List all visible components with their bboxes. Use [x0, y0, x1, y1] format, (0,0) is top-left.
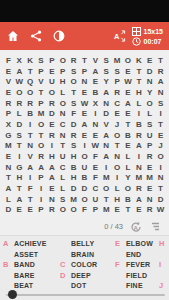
grid-cell[interactable]: T [133, 66, 144, 77]
grid-cell[interactable]: H [133, 87, 144, 98]
share-icon[interactable] [29, 30, 42, 43]
grid-cell[interactable]: A [3, 183, 14, 194]
grid-cell[interactable]: A [25, 162, 36, 173]
grid-cell[interactable]: S [57, 194, 68, 205]
grid-cell[interactable]: D [68, 183, 79, 194]
grid-cell[interactable]: W [79, 98, 90, 109]
word-column: BELLYBRAINCCOLORDDEEPDOT [60, 238, 115, 291]
grid-cell[interactable]: I [79, 141, 90, 152]
grid-cell[interactable]: C [112, 98, 123, 109]
grid-cell[interactable]: D [46, 108, 57, 119]
grid-cell[interactable]: A [101, 87, 112, 98]
grid-cell[interactable]: P [36, 98, 47, 109]
word-item: AACHIEVE [3, 238, 60, 249]
grid-cell[interactable]: N [133, 162, 144, 173]
grid-cell[interactable]: E [90, 76, 101, 87]
grid-cell[interactable]: E [46, 183, 57, 194]
grid-cell[interactable]: O [101, 183, 112, 194]
word-item: BBAND [3, 260, 60, 271]
grid-cell[interactable]: L [133, 98, 144, 109]
grid-cell[interactable]: N [25, 141, 36, 152]
grid-cell[interactable]: A [14, 66, 25, 77]
grid-cell[interactable]: F [79, 205, 90, 216]
grid-cell[interactable]: L [14, 108, 25, 119]
grid-cell[interactable]: A [14, 194, 25, 205]
grid-cell[interactable]: T [155, 55, 166, 66]
word-item: END [115, 249, 159, 260]
grid-cell[interactable]: N [3, 162, 14, 173]
grid-cell[interactable]: P [57, 66, 68, 77]
grid-cell[interactable]: E [144, 55, 155, 66]
grid-cell[interactable]: D [144, 66, 155, 77]
grid-cell[interactable]: O [57, 55, 68, 66]
word-label: DOT [71, 282, 86, 289]
word-label: BAND [14, 261, 35, 268]
grid-cell[interactable]: O [57, 98, 68, 109]
scrollbar-thumb[interactable] [8, 290, 17, 299]
contrast-icon[interactable] [52, 30, 65, 43]
grid-cell[interactable]: P [36, 205, 47, 216]
grid-cell[interactable]: O [112, 162, 123, 173]
grid-cell[interactable]: U [90, 194, 101, 205]
grid-cell[interactable]: X [90, 98, 101, 109]
word-item: FFEVER [115, 260, 159, 271]
grid-cell[interactable]: A [101, 130, 112, 141]
grid-cell[interactable]: E [79, 108, 90, 119]
grid-cell[interactable]: W [123, 76, 134, 87]
grid-cell[interactable]: M [112, 55, 123, 66]
grid-cell[interactable]: S [101, 55, 112, 66]
word-item [159, 270, 169, 281]
grid-cell[interactable]: I [46, 141, 57, 152]
grid-cell[interactable]: E [79, 87, 90, 98]
grid-cell[interactable]: N [144, 76, 155, 87]
grid-cell[interactable]: D [79, 183, 90, 194]
grid-cell[interactable]: U [79, 162, 90, 173]
grid-cell[interactable]: I [133, 108, 144, 119]
section-letter: F [115, 260, 126, 269]
word-label: FIELD [126, 272, 147, 279]
grid-cell[interactable]: S [144, 119, 155, 130]
grid-cell[interactable]: D [101, 108, 112, 119]
grid-cell[interactable]: L [57, 173, 68, 184]
grid-cell[interactable]: N [90, 119, 101, 130]
grid-cell[interactable]: I [112, 173, 123, 184]
grid-cell[interactable]: Y [123, 173, 134, 184]
grid-cell[interactable]: R [133, 130, 144, 141]
grid-cell[interactable]: N [57, 130, 68, 141]
grid-cell[interactable]: W [90, 141, 101, 152]
word-item: EELBOW [115, 238, 159, 249]
grid-cell[interactable]: F [25, 183, 36, 194]
grid-cell[interactable]: R [155, 66, 166, 77]
word-item: DOT [60, 281, 115, 291]
grid-cell[interactable]: N [57, 108, 68, 119]
grid-cell[interactable]: P [36, 173, 47, 184]
grid-cell[interactable]: S [14, 130, 25, 141]
grid-cell[interactable]: C [57, 162, 68, 173]
status-bar [0, 0, 169, 22]
grid-cell[interactable]: O [123, 183, 134, 194]
grid-cell[interactable]: I [155, 108, 166, 119]
grid-cell[interactable]: R [14, 98, 25, 109]
grid-cell[interactable]: E [25, 205, 36, 216]
word-item: BELLY [60, 238, 115, 249]
word-label: FEVER [126, 261, 150, 268]
grid-cell[interactable]: O [25, 87, 36, 98]
grid-cell[interactable]: X [3, 119, 14, 130]
grid-cell[interactable]: M [144, 173, 155, 184]
grid-cell[interactable]: P [90, 205, 101, 216]
grid-cell[interactable]: P [112, 76, 123, 87]
grid-cell[interactable]: O [14, 87, 25, 98]
grid-cell[interactable]: R [46, 130, 57, 141]
word-item: I [159, 260, 169, 271]
svg-text:A: A [113, 32, 119, 41]
grid-cell[interactable]: N [112, 151, 123, 162]
grid-cell[interactable]: R [46, 98, 57, 109]
grid-cell[interactable]: A [101, 151, 112, 162]
grid-cell[interactable]: N [155, 87, 166, 98]
app-bar: A 15x15 00:07 [0, 22, 169, 50]
grid-cell[interactable]: A [46, 173, 57, 184]
grid-cell[interactable]: R [25, 98, 36, 109]
section-letter: A [3, 239, 14, 248]
grid-cell[interactable]: E [123, 141, 134, 152]
grid-cell[interactable]: D [68, 119, 79, 130]
grid-size-label: 15x15 [144, 27, 163, 36]
grid-cell[interactable]: V [101, 119, 112, 130]
word-item: H [159, 238, 169, 249]
word-item: ASSET [3, 249, 60, 260]
word-label: END [126, 251, 141, 258]
grid-cell[interactable]: U [46, 76, 57, 87]
word-list[interactable]: AACHIEVEASSETBBANDBAREBEATBELLYBRAINCCOL… [0, 235, 169, 291]
puzzle-area: FXKSPORTVSMOKETEATPEPSPASSETDRVWQVUHONEY… [0, 50, 169, 218]
grid-cell[interactable]: P [3, 108, 14, 119]
word-item: BARE [3, 270, 60, 281]
grid-cell[interactable]: T [133, 76, 144, 87]
grid-cell[interactable]: Y [101, 76, 112, 87]
grid-cell[interactable]: S [155, 98, 166, 109]
grid-cell[interactable]: B [90, 87, 101, 98]
grid-cell[interactable]: W [14, 76, 25, 87]
grid-cell[interactable]: U [57, 151, 68, 162]
grid-cell[interactable]: E [133, 205, 144, 216]
grid-cell[interactable]: A [133, 194, 144, 205]
grid-cell[interactable]: B [79, 173, 90, 184]
grid-cell[interactable]: I [101, 162, 112, 173]
grid-cell[interactable]: E [3, 87, 14, 98]
grid-cell[interactable]: T [36, 130, 47, 141]
grid-cell[interactable]: R [144, 151, 155, 162]
grid-cell[interactable]: B [25, 108, 36, 119]
grid-cell[interactable]: M [101, 173, 112, 184]
grid-cell[interactable]: E [90, 162, 101, 173]
section-letter: B [3, 260, 14, 269]
counter-row: 0 / 43 A [0, 218, 169, 235]
word-label: ACHIEVE [14, 240, 47, 247]
grid-cell[interactable]: V [90, 55, 101, 66]
grid-cell[interactable]: S [101, 66, 112, 77]
grid-cell[interactable]: N [101, 141, 112, 152]
grid-cell[interactable]: S [68, 141, 79, 152]
grid-cell[interactable]: F [90, 173, 101, 184]
grid-cell[interactable]: A [46, 162, 57, 173]
grid-cell[interactable]: Q [25, 76, 36, 87]
section-letter: J [159, 281, 169, 290]
grid-cell[interactable]: A [133, 141, 144, 152]
grid-cell[interactable]: N [155, 173, 166, 184]
grid-cell[interactable]: I [133, 151, 144, 162]
grid-cell[interactable]: L [112, 183, 123, 194]
letter-grid[interactable]: FXKSPORTVSMOKETEATPEPSPASSETDRVWQVUHONEY… [3, 55, 166, 215]
word-label: BEAT [14, 282, 33, 289]
grid-cell[interactable]: H [46, 151, 57, 162]
home-icon[interactable] [6, 30, 19, 43]
grid-cell[interactable]: L [3, 194, 14, 205]
word-item: FINE [115, 281, 159, 291]
sort-words-icon[interactable] [149, 221, 161, 233]
grid-cell[interactable]: D [3, 205, 14, 216]
timer-label: 00:07 [144, 37, 162, 46]
grid-cell[interactable]: T [3, 173, 14, 184]
grid-cell[interactable]: N [144, 194, 155, 205]
grid-cell[interactable]: E [3, 66, 14, 77]
grid-cell[interactable]: F [3, 55, 14, 66]
grid-cell[interactable]: E [112, 205, 123, 216]
grid-cell[interactable]: E [144, 183, 155, 194]
word-item [159, 249, 169, 260]
word-column: EELBOWENDFFEVERFIELDFINE [115, 238, 159, 291]
grid-cell[interactable]: P [36, 66, 47, 77]
word-label: BARE [14, 272, 35, 279]
word-item: BRAIN [60, 249, 115, 260]
word-item: J [159, 281, 169, 291]
grid-cell[interactable]: E [90, 130, 101, 141]
section-letter: C [60, 260, 71, 269]
grid-cell[interactable]: T [112, 141, 123, 152]
grid-cell[interactable]: R [36, 151, 47, 162]
grid-cell[interactable]: X [14, 55, 25, 66]
grid-cell[interactable]: R [68, 130, 79, 141]
grid-cell[interactable]: A [90, 66, 101, 77]
grid-cell[interactable]: C [57, 119, 68, 130]
grid-cell[interactable]: P [46, 55, 57, 66]
grid-cell[interactable]: T [25, 194, 36, 205]
grid-cell[interactable]: T [25, 66, 36, 77]
grid-cell[interactable]: T [25, 130, 36, 141]
grid-cell[interactable]: N [46, 194, 57, 205]
grid-cell[interactable]: E [155, 130, 166, 141]
grid-cell[interactable]: O [68, 76, 79, 87]
grid-cell[interactable]: V [3, 76, 14, 87]
word-column: HIJ [159, 238, 169, 291]
grid-cell[interactable]: N [79, 76, 90, 87]
grid-cell[interactable]: O [79, 194, 90, 205]
svg-text:A: A [133, 224, 138, 230]
section-letter: D [60, 271, 71, 280]
grid-cell[interactable]: H [14, 173, 25, 184]
word-item: CCOLOR [60, 260, 115, 271]
grid-cell[interactable]: V [36, 76, 47, 87]
grid-cell[interactable]: T [155, 119, 166, 130]
grid-cell[interactable]: I [155, 162, 166, 173]
text-resize-icon[interactable]: A [113, 30, 126, 43]
grid-cell[interactable]: R [144, 205, 155, 216]
grid-cell[interactable]: L [144, 108, 155, 119]
grid-cell[interactable]: P [144, 141, 155, 152]
grid-cell[interactable]: O [112, 130, 123, 141]
grid-cell[interactable]: T [57, 141, 68, 152]
grid-cell[interactable]: E [79, 130, 90, 141]
grid-cell[interactable]: M [133, 173, 144, 184]
grid-cell[interactable]: J [112, 119, 123, 130]
grid-cell[interactable]: N [101, 98, 112, 109]
grid-cell[interactable]: V [25, 151, 36, 162]
grid-cell[interactable]: E [46, 119, 57, 130]
grid-cell[interactable]: H [68, 173, 79, 184]
grid-cell[interactable]: P [79, 66, 90, 77]
grid-cell[interactable]: I [36, 183, 47, 194]
grid-cell[interactable]: R [133, 183, 144, 194]
grid-cell[interactable]: B [123, 130, 134, 141]
timer-indicator: 00:07 [132, 37, 163, 46]
word-search-app: A 15x15 00:07 FXKSPORTVSMOKETEATPEPSPASS… [0, 0, 169, 300]
grid-cell[interactable]: O [36, 119, 47, 130]
section-letter: E [115, 239, 126, 248]
grid-cell[interactable]: B [133, 119, 144, 130]
grid-cell[interactable]: G [3, 130, 14, 141]
word-label: BELLY [71, 240, 94, 247]
grid-cell[interactable]: E [3, 151, 14, 162]
word-label: ASSET [14, 251, 38, 258]
grid-cell[interactable]: A [155, 76, 166, 87]
grid-cell[interactable]: S [68, 98, 79, 109]
grid-cell[interactable]: A [79, 119, 90, 130]
grid-cell[interactable]: K [25, 55, 36, 66]
word-label: DEEP [71, 272, 91, 279]
grid-cell[interactable]: T [36, 87, 47, 98]
grid-cell[interactable]: E [123, 87, 134, 98]
grid-cell[interactable]: O [155, 151, 166, 162]
grid-cell[interactable]: L [123, 162, 134, 173]
grid-cell[interactable]: R [46, 205, 57, 216]
grid-cell[interactable]: A [36, 162, 47, 173]
grid-cell[interactable]: G [14, 162, 25, 173]
scrollbar-track[interactable] [6, 294, 165, 296]
grid-cell[interactable]: M [68, 194, 79, 205]
grid-cell[interactable]: J [155, 141, 166, 152]
word-item: FIELD [115, 270, 159, 281]
grid-cell[interactable]: M [101, 205, 112, 216]
grid-cell[interactable]: O [57, 205, 68, 216]
grid-cell[interactable]: U [144, 130, 155, 141]
grid-cell[interactable]: B [68, 162, 79, 173]
grid-cell[interactable]: Y [144, 87, 155, 98]
grid-cell[interactable]: E [14, 205, 25, 216]
grid-cell[interactable]: F [68, 108, 79, 119]
grid-cell[interactable]: O [123, 55, 134, 66]
grid-cell[interactable]: T [79, 55, 90, 66]
grid-cell[interactable]: H [68, 151, 79, 162]
grid-cell[interactable]: O [36, 141, 47, 152]
word-list-scrollbar [0, 291, 169, 300]
grid-cell[interactable]: L [57, 183, 68, 194]
grid-cell[interactable]: C [90, 183, 101, 194]
grid-cell[interactable]: W [155, 205, 166, 216]
grid-cell[interactable]: T [123, 119, 134, 130]
word-item: DDEEP [60, 270, 115, 281]
grid-cell[interactable]: O [79, 151, 90, 162]
shuffle-letters-icon[interactable]: A [130, 221, 142, 233]
grid-cell[interactable]: S [68, 66, 79, 77]
grid-cell[interactable]: E [123, 66, 134, 77]
grid-cell[interactable]: E [123, 108, 134, 119]
grid-cell[interactable]: I [25, 173, 36, 184]
grid-cell[interactable]: O [144, 98, 155, 109]
grid-size-indicator: 15x15 [132, 27, 163, 36]
grid-cell[interactable]: E [144, 162, 155, 173]
grid-cell[interactable]: E [46, 66, 57, 77]
grid-cell[interactable]: S [36, 55, 47, 66]
grid-cell[interactable]: F [90, 151, 101, 162]
grid-cell[interactable]: M [36, 108, 47, 119]
section-letter: H [159, 239, 169, 248]
grid-cell[interactable]: T [14, 141, 25, 152]
grid-cell[interactable]: H [57, 76, 68, 87]
grid-cell[interactable]: R [3, 98, 14, 109]
word-label: ELBOW [126, 240, 153, 247]
section-letter: I [159, 260, 169, 269]
grid-cell[interactable]: R [112, 87, 123, 98]
grid-cell[interactable]: M [3, 141, 14, 152]
grid-cell[interactable]: I [14, 151, 25, 162]
word-label: COLOR [71, 261, 97, 268]
grid-cell[interactable]: D [155, 194, 166, 205]
grid-cell[interactable]: T [14, 183, 25, 194]
word-label: FINE [126, 282, 143, 289]
grid-cell[interactable]: A [123, 98, 134, 109]
grid-cell[interactable]: I [36, 194, 47, 205]
grid-cell[interactable]: R [68, 55, 79, 66]
grid-cell[interactable]: L [123, 151, 134, 162]
word-column: AACHIEVEASSETBBANDBAREBEAT [3, 238, 60, 291]
grid-cell[interactable]: I [25, 119, 36, 130]
grid-cell[interactable]: D [14, 119, 25, 130]
grid-cell[interactable]: L [57, 87, 68, 98]
grid-cell[interactable]: S [112, 66, 123, 77]
grid-cell[interactable]: T [155, 183, 166, 194]
grid-cell[interactable]: O [46, 87, 57, 98]
grid-cell[interactable]: I [90, 108, 101, 119]
found-counter: 0 / 43 [104, 222, 123, 231]
grid-cell[interactable]: T [101, 194, 112, 205]
grid-cell[interactable]: T [123, 205, 134, 216]
grid-cell[interactable]: E [112, 108, 123, 119]
grid-cell[interactable]: B [123, 194, 134, 205]
grid-cell[interactable]: O [68, 205, 79, 216]
grid-cell[interactable]: T [68, 87, 79, 98]
grid-cell[interactable]: K [133, 55, 144, 66]
word-label: BRAIN [71, 251, 94, 258]
grid-cell[interactable]: H [112, 194, 123, 205]
